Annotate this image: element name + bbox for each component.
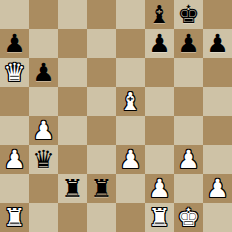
- piece-black-rook[interactable]: ♜: [61, 176, 83, 201]
- square-f6[interactable]: [145, 58, 174, 87]
- piece-white-pawn[interactable]: ♟: [177, 147, 199, 172]
- square-e4[interactable]: [116, 116, 145, 145]
- square-d5[interactable]: [87, 87, 116, 116]
- square-b7[interactable]: [29, 29, 58, 58]
- piece-white-pawn[interactable]: ♟: [32, 118, 54, 143]
- square-f7[interactable]: ♟: [145, 29, 174, 58]
- square-a7[interactable]: ♟: [0, 29, 29, 58]
- square-e3[interactable]: ♟: [116, 145, 145, 174]
- piece-black-bishop[interactable]: ♝: [148, 2, 170, 27]
- square-c2[interactable]: ♜: [58, 174, 87, 203]
- square-g3[interactable]: ♟: [174, 145, 203, 174]
- square-f8[interactable]: ♝: [145, 0, 174, 29]
- square-h3[interactable]: [203, 145, 232, 174]
- square-g5[interactable]: [174, 87, 203, 116]
- square-c5[interactable]: [58, 87, 87, 116]
- square-b5[interactable]: [29, 87, 58, 116]
- square-a6[interactable]: ♛: [0, 58, 29, 87]
- square-a8[interactable]: [0, 0, 29, 29]
- square-g4[interactable]: [174, 116, 203, 145]
- piece-black-rook[interactable]: ♜: [90, 176, 112, 201]
- piece-white-queen[interactable]: ♛: [3, 60, 25, 85]
- square-g1[interactable]: ♚: [174, 203, 203, 232]
- square-h7[interactable]: ♟: [203, 29, 232, 58]
- square-d6[interactable]: [87, 58, 116, 87]
- square-d3[interactable]: [87, 145, 116, 174]
- piece-black-pawn[interactable]: ♟: [148, 31, 170, 56]
- square-a5[interactable]: [0, 87, 29, 116]
- square-e8[interactable]: [116, 0, 145, 29]
- square-b6[interactable]: ♟: [29, 58, 58, 87]
- piece-black-queen[interactable]: ♛: [32, 147, 54, 172]
- square-c8[interactable]: [58, 0, 87, 29]
- piece-white-rook[interactable]: ♜: [148, 205, 170, 230]
- piece-white-pawn[interactable]: ♟: [148, 176, 170, 201]
- square-b2[interactable]: [29, 174, 58, 203]
- square-e6[interactable]: [116, 58, 145, 87]
- square-h1[interactable]: [203, 203, 232, 232]
- square-d4[interactable]: [87, 116, 116, 145]
- piece-black-pawn[interactable]: ♟: [3, 31, 25, 56]
- square-c7[interactable]: [58, 29, 87, 58]
- square-c6[interactable]: [58, 58, 87, 87]
- square-a4[interactable]: [0, 116, 29, 145]
- square-e7[interactable]: [116, 29, 145, 58]
- square-f2[interactable]: ♟: [145, 174, 174, 203]
- piece-white-bishop[interactable]: ♝: [119, 89, 141, 114]
- square-b1[interactable]: [29, 203, 58, 232]
- square-e1[interactable]: [116, 203, 145, 232]
- square-f5[interactable]: [145, 87, 174, 116]
- square-g7[interactable]: ♟: [174, 29, 203, 58]
- piece-white-pawn[interactable]: ♟: [119, 147, 141, 172]
- square-g6[interactable]: [174, 58, 203, 87]
- square-f4[interactable]: [145, 116, 174, 145]
- square-b3[interactable]: ♛: [29, 145, 58, 174]
- square-h8[interactable]: [203, 0, 232, 29]
- square-c3[interactable]: [58, 145, 87, 174]
- square-a3[interactable]: ♟: [0, 145, 29, 174]
- square-h6[interactable]: [203, 58, 232, 87]
- piece-black-pawn[interactable]: ♟: [177, 31, 199, 56]
- square-c1[interactable]: [58, 203, 87, 232]
- piece-black-pawn[interactable]: ♟: [206, 31, 228, 56]
- square-d2[interactable]: ♜: [87, 174, 116, 203]
- piece-black-king[interactable]: ♚: [177, 2, 199, 27]
- square-b8[interactable]: [29, 0, 58, 29]
- square-d7[interactable]: [87, 29, 116, 58]
- square-b4[interactable]: ♟: [29, 116, 58, 145]
- square-c4[interactable]: [58, 116, 87, 145]
- square-f3[interactable]: [145, 145, 174, 174]
- piece-white-pawn[interactable]: ♟: [3, 147, 25, 172]
- chess-board: ♝♚♟♟♟♟♛♟♝♟♟♛♟♟♜♜♟♟♜♜♚: [0, 0, 232, 232]
- square-d1[interactable]: [87, 203, 116, 232]
- square-a1[interactable]: ♜: [0, 203, 29, 232]
- piece-white-pawn[interactable]: ♟: [206, 176, 228, 201]
- square-h4[interactable]: [203, 116, 232, 145]
- piece-white-rook[interactable]: ♜: [3, 205, 25, 230]
- square-e5[interactable]: ♝: [116, 87, 145, 116]
- square-g2[interactable]: [174, 174, 203, 203]
- piece-black-pawn[interactable]: ♟: [32, 60, 54, 85]
- square-g8[interactable]: ♚: [174, 0, 203, 29]
- square-e2[interactable]: [116, 174, 145, 203]
- square-h2[interactable]: ♟: [203, 174, 232, 203]
- square-h5[interactable]: [203, 87, 232, 116]
- square-a2[interactable]: [0, 174, 29, 203]
- square-f1[interactable]: ♜: [145, 203, 174, 232]
- square-d8[interactable]: [87, 0, 116, 29]
- piece-white-king[interactable]: ♚: [177, 205, 199, 230]
